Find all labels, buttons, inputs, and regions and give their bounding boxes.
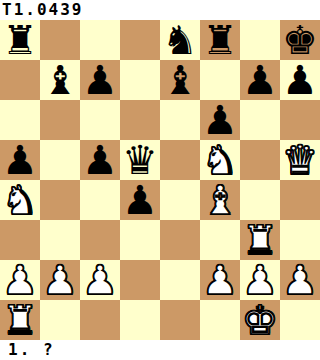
square-g4[interactable] bbox=[240, 180, 280, 220]
piece-black-queen: ♛ bbox=[122, 140, 158, 180]
square-e1[interactable] bbox=[160, 300, 200, 340]
square-h2[interactable]: ♟ bbox=[280, 260, 320, 300]
square-a5[interactable]: ♟ bbox=[0, 140, 40, 180]
square-f1[interactable] bbox=[200, 300, 240, 340]
square-a4[interactable]: ♞ bbox=[0, 180, 40, 220]
square-f7[interactable] bbox=[200, 60, 240, 100]
square-b7[interactable]: ♝ bbox=[40, 60, 80, 100]
move-prompt-label: 1. ? bbox=[8, 340, 55, 359]
piece-white-rook: ♜ bbox=[2, 300, 38, 340]
square-e2[interactable] bbox=[160, 260, 200, 300]
square-c7[interactable]: ♟ bbox=[80, 60, 120, 100]
piece-black-knight: ♞ bbox=[162, 20, 198, 60]
square-d8[interactable] bbox=[120, 20, 160, 60]
square-c5[interactable]: ♟ bbox=[80, 140, 120, 180]
square-b8[interactable] bbox=[40, 20, 80, 60]
square-g2[interactable]: ♟ bbox=[240, 260, 280, 300]
piece-black-rook: ♜ bbox=[202, 20, 238, 60]
square-a8[interactable]: ♜ bbox=[0, 20, 40, 60]
square-f2[interactable]: ♟ bbox=[200, 260, 240, 300]
square-d7[interactable] bbox=[120, 60, 160, 100]
piece-black-pawn: ♟ bbox=[82, 140, 118, 180]
square-c8[interactable] bbox=[80, 20, 120, 60]
square-h1[interactable] bbox=[280, 300, 320, 340]
square-d6[interactable] bbox=[120, 100, 160, 140]
square-c2[interactable]: ♟ bbox=[80, 260, 120, 300]
square-c6[interactable] bbox=[80, 100, 120, 140]
square-a6[interactable] bbox=[0, 100, 40, 140]
piece-black-pawn: ♟ bbox=[242, 60, 278, 100]
square-c1[interactable] bbox=[80, 300, 120, 340]
piece-black-pawn: ♟ bbox=[122, 180, 158, 220]
square-h7[interactable]: ♟ bbox=[280, 60, 320, 100]
piece-black-bishop: ♝ bbox=[162, 60, 198, 100]
piece-white-knight: ♞ bbox=[202, 140, 238, 180]
square-a2[interactable]: ♟ bbox=[0, 260, 40, 300]
piece-black-pawn: ♟ bbox=[202, 100, 238, 140]
piece-white-pawn: ♟ bbox=[2, 260, 38, 300]
piece-white-pawn: ♟ bbox=[242, 260, 278, 300]
square-d4[interactable]: ♟ bbox=[120, 180, 160, 220]
piece-white-king: ♚ bbox=[242, 300, 278, 340]
piece-white-pawn: ♟ bbox=[202, 260, 238, 300]
square-d5[interactable]: ♛ bbox=[120, 140, 160, 180]
move-prompt-bar: 1. ? bbox=[0, 340, 320, 360]
square-g6[interactable] bbox=[240, 100, 280, 140]
square-c4[interactable] bbox=[80, 180, 120, 220]
square-f6[interactable]: ♟ bbox=[200, 100, 240, 140]
square-g8[interactable] bbox=[240, 20, 280, 60]
square-d1[interactable] bbox=[120, 300, 160, 340]
square-e8[interactable]: ♞ bbox=[160, 20, 200, 60]
piece-white-queen: ♛ bbox=[282, 140, 318, 180]
square-f8[interactable]: ♜ bbox=[200, 20, 240, 60]
square-b4[interactable] bbox=[40, 180, 80, 220]
square-e6[interactable] bbox=[160, 100, 200, 140]
square-h3[interactable] bbox=[280, 220, 320, 260]
square-f3[interactable] bbox=[200, 220, 240, 260]
square-h6[interactable] bbox=[280, 100, 320, 140]
square-b6[interactable] bbox=[40, 100, 80, 140]
square-h5[interactable]: ♛ bbox=[280, 140, 320, 180]
chess-board: ♜♞♜♚♝♟♝♟♟♟♟♟♛♞♛♞♟♝♜♟♟♟♟♟♟♜♚ bbox=[0, 20, 320, 340]
square-h4[interactable] bbox=[280, 180, 320, 220]
square-b1[interactable] bbox=[40, 300, 80, 340]
square-g7[interactable]: ♟ bbox=[240, 60, 280, 100]
piece-black-pawn: ♟ bbox=[2, 140, 38, 180]
piece-white-bishop: ♝ bbox=[202, 180, 238, 220]
title-bar: T1.0439 bbox=[0, 0, 320, 20]
piece-white-knight: ♞ bbox=[2, 180, 38, 220]
piece-black-pawn: ♟ bbox=[282, 60, 318, 100]
square-c3[interactable] bbox=[80, 220, 120, 260]
square-a7[interactable] bbox=[0, 60, 40, 100]
square-a3[interactable] bbox=[0, 220, 40, 260]
square-g3[interactable]: ♜ bbox=[240, 220, 280, 260]
piece-white-pawn: ♟ bbox=[282, 260, 318, 300]
square-h8[interactable]: ♚ bbox=[280, 20, 320, 60]
square-e5[interactable] bbox=[160, 140, 200, 180]
square-b5[interactable] bbox=[40, 140, 80, 180]
square-f4[interactable]: ♝ bbox=[200, 180, 240, 220]
square-d3[interactable] bbox=[120, 220, 160, 260]
piece-white-rook: ♜ bbox=[242, 220, 278, 260]
square-f5[interactable]: ♞ bbox=[200, 140, 240, 180]
piece-white-pawn: ♟ bbox=[82, 260, 118, 300]
square-g5[interactable] bbox=[240, 140, 280, 180]
piece-white-pawn: ♟ bbox=[42, 260, 78, 300]
piece-black-bishop: ♝ bbox=[42, 60, 78, 100]
piece-black-king: ♚ bbox=[282, 20, 318, 60]
piece-black-rook: ♜ bbox=[2, 20, 38, 60]
piece-black-pawn: ♟ bbox=[82, 60, 118, 100]
square-b3[interactable] bbox=[40, 220, 80, 260]
square-e7[interactable]: ♝ bbox=[160, 60, 200, 100]
square-g1[interactable]: ♚ bbox=[240, 300, 280, 340]
square-e3[interactable] bbox=[160, 220, 200, 260]
square-b2[interactable]: ♟ bbox=[40, 260, 80, 300]
square-a1[interactable]: ♜ bbox=[0, 300, 40, 340]
square-d2[interactable] bbox=[120, 260, 160, 300]
square-e4[interactable] bbox=[160, 180, 200, 220]
